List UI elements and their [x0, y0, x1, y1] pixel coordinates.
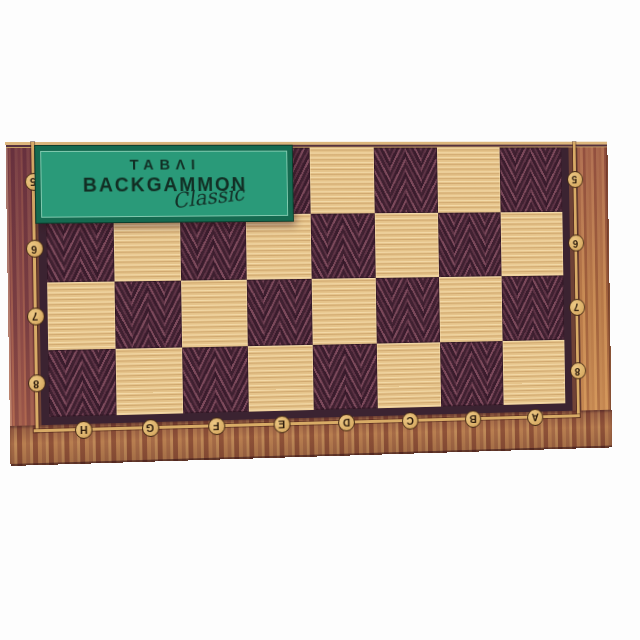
square-h8 [48, 348, 116, 417]
square-a8 [503, 339, 566, 405]
coord-rank-7-left: 7 [26, 307, 44, 325]
square-c6 [375, 212, 439, 278]
coord-file-g: G [141, 418, 159, 436]
square-d7 [312, 278, 377, 344]
coord-rank-7-right: 7 [569, 298, 585, 315]
square-f7 [181, 280, 248, 347]
square-b8 [440, 341, 504, 407]
square-c7 [376, 277, 440, 343]
square-f6 [180, 214, 247, 281]
square-g8 [116, 347, 184, 415]
coord-rank-6-right: 6 [568, 235, 584, 252]
square-a7 [502, 275, 565, 340]
coord-rank-6-left: 6 [25, 240, 43, 258]
square-g7 [115, 281, 183, 349]
square-c5 [374, 148, 438, 213]
product-photo: ΤΑΒΛΙ BACKGAMMON Classic 56785678HGFEDCB… [0, 0, 640, 640]
square-e7 [247, 279, 313, 346]
coord-file-a: A [527, 408, 543, 426]
square-e6 [246, 213, 312, 279]
square-d5 [310, 148, 375, 214]
square-a5 [500, 147, 563, 211]
board-frame-right [577, 142, 612, 449]
square-b7 [439, 276, 503, 342]
coord-file-d: D [338, 413, 355, 431]
square-b6 [438, 212, 502, 277]
folded-backgammon-chessboard: ΤΑΒΛΙ BACKGAMMON Classic 56785678HGFEDCB… [5, 142, 612, 466]
square-b5 [437, 147, 501, 212]
square-e8 [248, 344, 314, 411]
coord-rank-5-right: 5 [567, 171, 583, 188]
square-g6 [113, 214, 181, 281]
brand-title-greek: ΤΑΒΛΙ [40, 155, 287, 172]
square-c8 [377, 342, 441, 408]
square-h7 [47, 282, 115, 350]
coord-file-c: C [401, 412, 418, 430]
coord-file-e: E [273, 415, 290, 433]
coord-file-h: H [74, 420, 92, 438]
brand-label: ΤΑΒΛΙ BACKGAMMON Classic [35, 146, 293, 223]
coord-file-f: F [208, 417, 225, 435]
square-a6 [501, 211, 564, 276]
square-d6 [311, 213, 376, 279]
square-f8 [182, 346, 249, 414]
coord-rank-8-left: 8 [27, 374, 45, 392]
coord-rank-8-right: 8 [570, 362, 586, 379]
square-d8 [313, 343, 378, 410]
coord-file-b: B [464, 410, 481, 428]
